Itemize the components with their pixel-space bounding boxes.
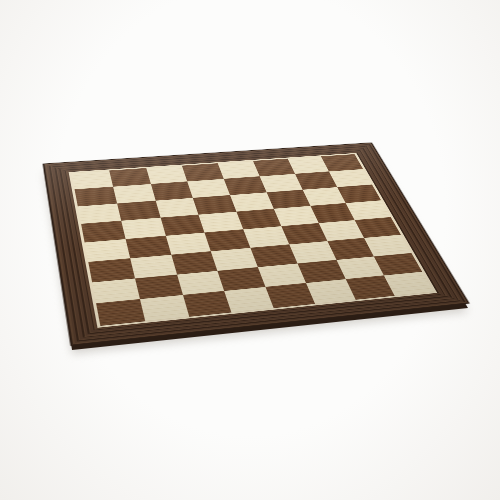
square-c1 (183, 291, 232, 317)
square-a1 (96, 299, 145, 326)
chess-board (0, 0, 500, 500)
board-top-face (44, 143, 468, 345)
product-photo-stage (0, 0, 500, 500)
square-b1 (140, 295, 189, 321)
